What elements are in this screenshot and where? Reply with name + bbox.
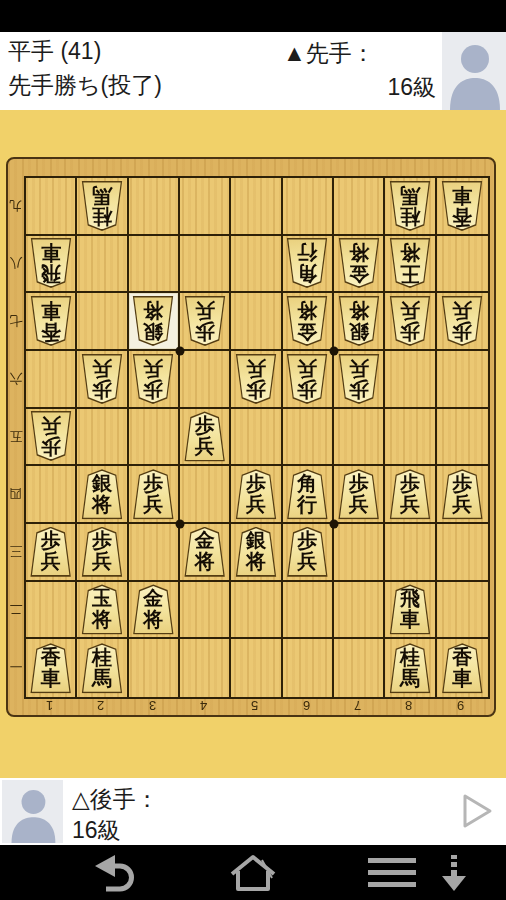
- cell-4-5: 歩兵: [180, 409, 231, 467]
- file-label-7: 7: [332, 697, 383, 714]
- cell-9-5: [437, 409, 488, 467]
- piece-sente-歩兵: 歩兵: [235, 354, 277, 404]
- cell-2-5: [77, 409, 128, 467]
- sente-avatar: [442, 32, 506, 110]
- board-area: 九八七六五四三二一 桂馬桂馬香車飛車角行金将王将香車銀将歩兵金将銀将歩兵歩兵歩兵…: [0, 110, 506, 778]
- cell-2-6: 歩兵: [77, 351, 128, 409]
- file-label-1: 1: [24, 697, 75, 714]
- piece-sente-香車: 香車: [30, 296, 72, 346]
- file-label-6: 6: [281, 697, 332, 714]
- cell-2-7: [77, 293, 128, 351]
- piece-sente-角行: 角行: [286, 238, 328, 288]
- cell-4-4: [180, 466, 231, 524]
- cell-9-3: [437, 524, 488, 582]
- play-icon: [456, 791, 496, 831]
- cell-4-7: 歩兵: [180, 293, 231, 351]
- piece-gote-金将: 金将: [184, 527, 226, 577]
- cell-9-8: [437, 236, 488, 294]
- file-label-4: 4: [178, 697, 229, 714]
- cell-5-5: [231, 409, 282, 467]
- board-grid: 桂馬桂馬香車飛車角行金将王将香車銀将歩兵金将銀将歩兵歩兵歩兵歩兵歩兵歩兵歩兵歩兵…: [24, 176, 490, 699]
- file-label-9: 9: [435, 697, 486, 714]
- cell-5-8: [231, 236, 282, 294]
- cell-4-2: [180, 582, 231, 640]
- cell-7-4: 歩兵: [334, 466, 385, 524]
- menu-icon[interactable]: [366, 854, 418, 892]
- piece-gote-歩兵: 歩兵: [81, 527, 123, 577]
- cell-3-4: 歩兵: [129, 466, 180, 524]
- cell-8-5: [385, 409, 436, 467]
- cell-7-7: 銀将: [334, 293, 385, 351]
- cell-5-4: 歩兵: [231, 466, 282, 524]
- piece-gote-歩兵: 歩兵: [441, 469, 483, 519]
- cell-3-6: 歩兵: [129, 351, 180, 409]
- person-icon: [2, 780, 63, 843]
- cell-8-9: 桂馬: [385, 178, 436, 236]
- piece-gote-銀将: 銀将: [81, 469, 123, 519]
- cell-6-4: 角行: [283, 466, 334, 524]
- piece-gote-歩兵: 歩兵: [389, 469, 431, 519]
- cell-9-2: [437, 582, 488, 640]
- cell-2-9: 桂馬: [77, 178, 128, 236]
- cell-2-4: 銀将: [77, 466, 128, 524]
- file-label-3: 3: [127, 697, 178, 714]
- cell-8-1: 桂馬: [385, 639, 436, 697]
- rank-label-四: 四: [8, 464, 24, 522]
- hide-icon[interactable]: [438, 854, 470, 892]
- piece-sente-歩兵: 歩兵: [338, 354, 380, 404]
- piece-sente-銀将: 銀将: [338, 296, 380, 346]
- rank-label-九: 九: [8, 176, 24, 234]
- piece-gote-香車: 香車: [441, 643, 483, 693]
- cell-7-8: 金将: [334, 236, 385, 294]
- cell-1-4: [26, 466, 77, 524]
- piece-sente-歩兵: 歩兵: [30, 411, 72, 461]
- cell-9-7: 歩兵: [437, 293, 488, 351]
- star-point: [329, 520, 338, 529]
- cell-2-8: [77, 236, 128, 294]
- cell-3-3: [129, 524, 180, 582]
- cell-6-3: 歩兵: [283, 524, 334, 582]
- cell-7-2: [334, 582, 385, 640]
- piece-gote-桂馬: 桂馬: [389, 643, 431, 693]
- cell-2-2: 玉将: [77, 582, 128, 640]
- home-icon[interactable]: [228, 854, 278, 892]
- cell-3-5: [129, 409, 180, 467]
- cell-5-9: [231, 178, 282, 236]
- shogi-board: 九八七六五四三二一 桂馬桂馬香車飛車角行金将王将香車銀将歩兵金将銀将歩兵歩兵歩兵…: [6, 157, 496, 717]
- cell-4-3: 金将: [180, 524, 231, 582]
- cell-8-7: 歩兵: [385, 293, 436, 351]
- cell-3-8: [129, 236, 180, 294]
- cell-1-3: 歩兵: [26, 524, 77, 582]
- file-labels: 123456789: [24, 697, 486, 714]
- android-nav-bar: [0, 845, 506, 900]
- piece-sente-歩兵: 歩兵: [286, 354, 328, 404]
- rank-label-六: 六: [8, 349, 24, 407]
- rank-label-二: 二: [8, 580, 24, 638]
- cell-2-3: 歩兵: [77, 524, 128, 582]
- cell-7-3: [334, 524, 385, 582]
- cell-5-6: 歩兵: [231, 351, 282, 409]
- piece-sente-金将: 金将: [338, 238, 380, 288]
- piece-gote-歩兵: 歩兵: [184, 411, 226, 461]
- piece-gote-玉将: 玉将: [81, 584, 123, 634]
- piece-gote-歩兵: 歩兵: [338, 469, 380, 519]
- rank-label-三: 三: [8, 522, 24, 580]
- app-screen: 平手 (41) 先手勝ち(投了) ▲先手： 16級 九八七六五四三二一 桂馬桂馬…: [0, 0, 506, 900]
- cell-6-8: 角行: [283, 236, 334, 294]
- piece-gote-香車: 香車: [30, 643, 72, 693]
- cell-6-5: [283, 409, 334, 467]
- cell-3-7: 銀将: [129, 293, 180, 351]
- rank-label-一: 一: [8, 637, 24, 695]
- cell-4-1: [180, 639, 231, 697]
- cell-1-1: 香車: [26, 639, 77, 697]
- game-title: 平手 (41): [8, 36, 101, 67]
- piece-gote-歩兵: 歩兵: [30, 527, 72, 577]
- rank-label-八: 八: [8, 234, 24, 292]
- cell-7-1: [334, 639, 385, 697]
- piece-sente-歩兵: 歩兵: [81, 354, 123, 404]
- piece-gote-銀将: 銀将: [235, 527, 277, 577]
- rank-label-七: 七: [8, 291, 24, 349]
- cell-9-6: [437, 351, 488, 409]
- cell-4-6: [180, 351, 231, 409]
- cell-7-5: [334, 409, 385, 467]
- piece-gote-桂馬: 桂馬: [81, 643, 123, 693]
- cell-4-8: [180, 236, 231, 294]
- cell-4-9: [180, 178, 231, 236]
- rank-label-五: 五: [8, 407, 24, 465]
- piece-sente-歩兵: 歩兵: [132, 354, 174, 404]
- sente-player-label: ▲先手：: [283, 38, 375, 69]
- star-point: [329, 347, 338, 356]
- cell-5-2: [231, 582, 282, 640]
- rank-labels: 九八七六五四三二一: [8, 176, 24, 695]
- piece-sente-桂馬: 桂馬: [389, 181, 431, 231]
- piece-gote-飛車: 飛車: [389, 584, 431, 634]
- gote-player-rank: 16級: [72, 815, 121, 846]
- game-header: 平手 (41) 先手勝ち(投了) ▲先手： 16級: [0, 32, 506, 110]
- cell-5-1: [231, 639, 282, 697]
- piece-sente-香車: 香車: [441, 181, 483, 231]
- piece-sente-銀将: 銀将: [132, 296, 174, 346]
- file-label-5: 5: [229, 697, 280, 714]
- cell-8-8: 王将: [385, 236, 436, 294]
- gote-avatar: [2, 780, 63, 843]
- game-result: 先手勝ち(投了): [8, 70, 162, 101]
- cell-1-9: [26, 178, 77, 236]
- piece-sente-飛車: 飛車: [30, 238, 72, 288]
- file-label-2: 2: [75, 697, 126, 714]
- cell-6-9: [283, 178, 334, 236]
- cell-7-9: [334, 178, 385, 236]
- cell-1-6: [26, 351, 77, 409]
- piece-gote-歩兵: 歩兵: [132, 469, 174, 519]
- file-label-8: 8: [383, 697, 434, 714]
- back-icon[interactable]: [88, 854, 138, 892]
- cell-2-1: 桂馬: [77, 639, 128, 697]
- piece-sente-歩兵: 歩兵: [184, 296, 226, 346]
- sente-player-rank: 16級: [387, 72, 436, 103]
- cell-3-9: [129, 178, 180, 236]
- cell-9-1: 香車: [437, 639, 488, 697]
- cell-3-2: 金将: [129, 582, 180, 640]
- cell-8-4: 歩兵: [385, 466, 436, 524]
- cell-9-4: 歩兵: [437, 466, 488, 524]
- cell-5-3: 銀将: [231, 524, 282, 582]
- cell-6-2: [283, 582, 334, 640]
- cell-9-9: 香車: [437, 178, 488, 236]
- cell-1-5: 歩兵: [26, 409, 77, 467]
- person-icon: [442, 32, 506, 110]
- cell-6-6: 歩兵: [283, 351, 334, 409]
- cell-7-6: 歩兵: [334, 351, 385, 409]
- cell-8-3: [385, 524, 436, 582]
- piece-sente-歩兵: 歩兵: [389, 296, 431, 346]
- piece-gote-角行: 角行: [286, 469, 328, 519]
- cell-6-7: 金将: [283, 293, 334, 351]
- cell-1-8: 飛車: [26, 236, 77, 294]
- cell-6-1: [283, 639, 334, 697]
- piece-sente-金将: 金将: [286, 296, 328, 346]
- cell-3-1: [129, 639, 180, 697]
- gote-player-bar: △後手： 16級: [0, 778, 506, 845]
- piece-gote-金将: 金将: [132, 584, 174, 634]
- cell-5-7: [231, 293, 282, 351]
- status-bar: [0, 0, 506, 32]
- piece-sente-王将: 王将: [389, 238, 431, 288]
- play-button[interactable]: [456, 791, 496, 831]
- cell-8-6: [385, 351, 436, 409]
- star-point: [175, 347, 184, 356]
- piece-sente-歩兵: 歩兵: [441, 296, 483, 346]
- cell-8-2: 飛車: [385, 582, 436, 640]
- cell-1-2: [26, 582, 77, 640]
- piece-gote-歩兵: 歩兵: [286, 527, 328, 577]
- gote-player-label: △後手：: [72, 784, 159, 815]
- piece-gote-歩兵: 歩兵: [235, 469, 277, 519]
- star-point: [175, 520, 184, 529]
- cell-1-7: 香車: [26, 293, 77, 351]
- piece-sente-桂馬: 桂馬: [81, 181, 123, 231]
